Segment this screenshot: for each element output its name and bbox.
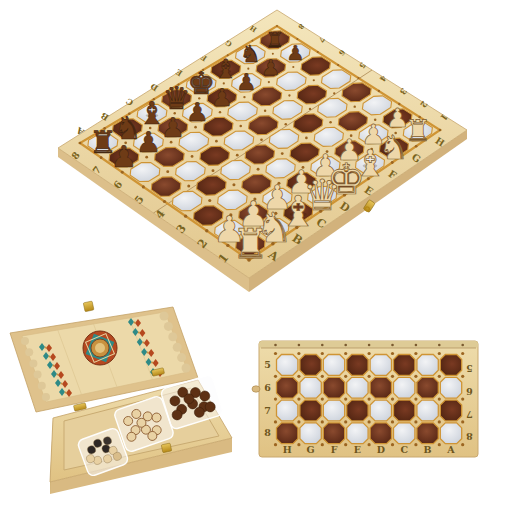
scallop-edge-right (177, 353, 186, 362)
lattice-stud (260, 138, 263, 141)
checkers-square-c6 (394, 377, 415, 398)
folded-rank-label-left-7: 7 (264, 405, 271, 416)
lattice-stud (297, 375, 300, 378)
lattice-stud (344, 420, 347, 423)
lid-clasp-keeper (83, 301, 94, 312)
checkers-square-e5 (347, 355, 368, 376)
folded-file-label-E: E (354, 444, 361, 455)
lattice-stud (357, 77, 359, 79)
checkers-square-g5 (300, 355, 321, 376)
seam-stud (321, 344, 324, 347)
lattice-stud (321, 352, 324, 355)
lattice-stud (391, 443, 394, 446)
checkers-square-f8 (323, 423, 344, 444)
checkers-square-b5 (417, 355, 438, 376)
lattice-stud (344, 375, 347, 378)
checkers-square-d5 (370, 355, 391, 376)
piece-black-p-f7: ♟ (236, 69, 257, 95)
lattice-stud (208, 199, 211, 202)
lattice-stud (378, 90, 380, 92)
scallop-edge-left (21, 337, 29, 345)
scallop-edge-right (168, 332, 177, 341)
lattice-stud (215, 140, 218, 143)
checkers-square-c8 (394, 423, 415, 444)
piece-black-p-c7: ♟ (161, 112, 185, 143)
lattice-stud (368, 375, 371, 378)
lattice-stud (243, 96, 245, 98)
scallop-edge-left (34, 371, 42, 379)
checkers-square-a8 (440, 423, 461, 444)
lattice-stud (296, 38, 298, 40)
scallop-edge-left (42, 393, 50, 401)
piece-black-p-h7: ♟ (286, 41, 304, 65)
lattice-stud (166, 170, 169, 173)
lattice-stud (79, 142, 82, 145)
lattice-stud (264, 109, 266, 111)
lattice-stud (284, 123, 287, 126)
checkers-square-c5 (394, 355, 415, 376)
lattice-stud (414, 443, 417, 446)
scallop-edge-right (173, 343, 182, 352)
folded-file-label-A: A (446, 444, 455, 455)
lid-medallion-ornament (83, 331, 117, 365)
folded-rank-label-left-5: 5 (264, 359, 271, 370)
lattice-stud (184, 214, 187, 217)
folded-file-label-F: F (331, 444, 338, 455)
checkers-square-e7 (347, 400, 368, 421)
checkers-square-d7 (370, 400, 391, 421)
piece-black-p-e7: ♟ (211, 83, 233, 112)
lattice-stud (163, 200, 166, 203)
lattice-stud (281, 152, 284, 155)
checkers-square-f6 (323, 377, 344, 398)
lattice-stud (333, 92, 335, 94)
open-chess-board: 11AA22BB33CC44DD55EE66FF77GG88HH♜♟♞♟♝♟♚♟… (58, 10, 467, 292)
lattice-stud (257, 168, 260, 171)
seam-stud (391, 344, 394, 347)
lattice-stud (344, 398, 347, 401)
folded-rank-label-right-5: 5 (466, 363, 473, 374)
lattice-stud (212, 169, 215, 172)
lattice-stud (414, 375, 417, 378)
piece-black-n-g8: ♞ (240, 40, 261, 68)
lattice-stud (313, 79, 315, 81)
lattice-stud (317, 51, 319, 53)
piece-black-r-h8: ♜ (266, 28, 285, 52)
scallop-edge-left (38, 382, 46, 390)
open-storage-box (10, 301, 232, 494)
lattice-stud (297, 398, 300, 401)
checkers-square-c7 (394, 400, 415, 421)
lattice-stud (297, 443, 300, 446)
piece-black-p-g7: ♟ (261, 55, 280, 80)
lattice-stud (274, 398, 277, 401)
seam-stud (274, 344, 277, 347)
seam-stud (368, 344, 371, 347)
folded-rank-label-left-8: 8 (264, 427, 271, 438)
folded-rank-label-left-6: 6 (264, 382, 271, 393)
lattice-stud (268, 81, 270, 83)
checkers-square-h5 (277, 355, 298, 376)
folded-file-label-G: G (307, 444, 315, 455)
lattice-stud (438, 352, 441, 355)
seam-stud (415, 344, 418, 347)
checkers-square-g7 (300, 400, 321, 421)
lattice-stud (236, 154, 239, 157)
side-latch-knob (252, 386, 260, 392)
lattice-stud (288, 94, 290, 96)
lattice-stud (414, 398, 417, 401)
checkers-square-h7 (277, 400, 298, 421)
folded-file-label-H: H (283, 444, 292, 455)
lattice-stud (391, 420, 394, 423)
checkers-square-e8 (347, 423, 368, 444)
lattice-stud (297, 420, 300, 423)
lattice-stud (368, 352, 371, 355)
piece-black-p-d7: ♟ (186, 97, 209, 127)
lattice-stud (438, 420, 441, 423)
checkers-square-b6 (417, 377, 438, 398)
lattice-stud (391, 352, 394, 355)
lattice-stud (321, 420, 324, 423)
scallop-edge-right (164, 322, 173, 331)
lattice-stud (368, 420, 371, 423)
product-photo-chess-set: 11AA22BB33CC44DD55EE66FF77GG88HH♜♟♞♟♝♟♚♟… (0, 0, 510, 510)
scene-svg: 11AA22BB33CC44DD55EE66FF77GG88HH♜♟♞♟♝♟♚♟… (0, 0, 510, 510)
lattice-stud (461, 420, 464, 423)
lattice-stud (414, 352, 417, 355)
scallop-edge-right (182, 364, 191, 373)
tray-clasp (161, 443, 171, 453)
folded-rank-label-right-6: 6 (466, 386, 473, 397)
lattice-stud (239, 125, 242, 128)
lattice-stud (368, 443, 371, 446)
checkers-square-f7 (323, 400, 344, 421)
seam-stud (438, 344, 441, 347)
lattice-stud (438, 375, 441, 378)
checkers-square-a5 (440, 355, 461, 376)
lattice-stud (205, 229, 208, 232)
lattice-stud (321, 443, 324, 446)
lattice-stud (461, 398, 464, 401)
piece-black-p-b7: ♟ (136, 126, 161, 159)
piece-black-p-a7: ♟ (111, 139, 138, 174)
lattice-stud (461, 352, 464, 355)
lattice-stud (292, 66, 294, 68)
lattice-stud (461, 375, 464, 378)
lattice-stud (321, 398, 324, 401)
seam-stud (344, 344, 347, 347)
lattice-stud (461, 443, 464, 446)
lattice-stud (274, 375, 277, 378)
seam-stud (461, 344, 464, 347)
checkers-square-h8 (277, 423, 298, 444)
lattice-stud (274, 420, 277, 423)
lattice-stud (391, 398, 394, 401)
folded-file-label-B: B (424, 444, 432, 455)
piece-white-r-a1: ♜ (232, 220, 269, 268)
lattice-stud (276, 25, 278, 27)
lattice-stud (297, 352, 300, 355)
lattice-stud (438, 443, 441, 446)
piece-black-b-f8: ♝ (214, 53, 238, 84)
checkers-square-b8 (417, 423, 438, 444)
checkers-square-h6 (277, 377, 298, 398)
lattice-stud (337, 64, 339, 66)
lattice-stud (187, 185, 190, 188)
folded-file-label-C: C (400, 444, 408, 455)
scallop-edge-left (25, 348, 33, 356)
lattice-stud (274, 443, 277, 446)
lattice-stud (344, 352, 347, 355)
checkers-square-g6 (300, 377, 321, 398)
scallop-edge-left (29, 359, 37, 367)
lattice-stud (344, 443, 347, 446)
lattice-stud (232, 183, 235, 186)
checkers-square-a6 (440, 377, 461, 398)
lattice-stud (321, 375, 324, 378)
lattice-stud (438, 398, 441, 401)
lattice-stud (439, 129, 442, 132)
checkers-square-d8 (370, 423, 391, 444)
lattice-stud (305, 137, 308, 140)
checkers-square-g8 (300, 423, 321, 444)
folded-rank-label-right-8: 8 (466, 431, 473, 442)
lattice-stud (391, 375, 394, 378)
lattice-stud (414, 420, 417, 423)
checkers-square-b7 (417, 400, 438, 421)
scallop-edge-right (160, 312, 169, 321)
lattice-stud (329, 121, 332, 124)
lattice-stud (274, 352, 277, 355)
lattice-stud (142, 185, 145, 188)
folded-board-checkers-half: 55667788HGFEDCBA (252, 341, 478, 457)
checkers-square-a7 (440, 400, 461, 421)
folded-file-label-D: D (377, 444, 385, 455)
folded-rank-label-right-7: 7 (466, 409, 473, 420)
checkers-square-f5 (323, 355, 344, 376)
lattice-stud (191, 155, 194, 158)
lattice-stud (354, 105, 356, 107)
lattice-stud (309, 108, 311, 110)
seam-stud (298, 344, 301, 347)
checkers-square-d6 (370, 377, 391, 398)
checkers-square-e6 (347, 377, 368, 398)
lattice-stud (368, 398, 371, 401)
